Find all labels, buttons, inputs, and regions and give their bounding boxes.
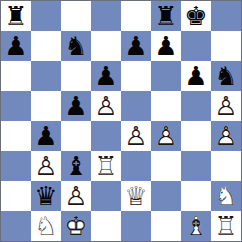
square-c4[interactable] — [61, 121, 91, 151]
square-d6[interactable]: ♟ — [91, 61, 121, 91]
piece-white-pawn: ♟♙ — [151, 121, 181, 151]
square-f5[interactable] — [151, 91, 181, 121]
square-h8[interactable] — [211, 1, 241, 31]
square-h6[interactable]: ♞ — [211, 61, 241, 91]
piece-black-knight: ♞ — [211, 61, 241, 91]
square-c3[interactable]: ♝ — [61, 151, 91, 181]
square-d1[interactable] — [91, 211, 121, 241]
square-d5[interactable]: ♟♙ — [91, 91, 121, 121]
piece-black-rook: ♜ — [151, 1, 181, 31]
piece-white-bishop: ♝♗ — [181, 211, 211, 241]
square-h4[interactable]: ♟♙ — [211, 121, 241, 151]
square-a4[interactable] — [1, 121, 31, 151]
square-c5[interactable]: ♟ — [61, 91, 91, 121]
square-h3[interactable] — [211, 151, 241, 181]
piece-black-pawn: ♟ — [151, 31, 181, 61]
square-f8[interactable]: ♜ — [151, 1, 181, 31]
square-b1[interactable]: ♞♘ — [31, 211, 61, 241]
square-a8[interactable]: ♜ — [1, 1, 31, 31]
square-h1[interactable]: ♜♖ — [211, 211, 241, 241]
square-f4[interactable]: ♟♙ — [151, 121, 181, 151]
square-e8[interactable] — [121, 1, 151, 31]
square-b7[interactable] — [31, 31, 61, 61]
square-f7[interactable]: ♟ — [151, 31, 181, 61]
piece-white-pawn: ♟♙ — [211, 91, 241, 121]
square-g4[interactable] — [181, 121, 211, 151]
square-f1[interactable] — [151, 211, 181, 241]
square-d2[interactable] — [91, 181, 121, 211]
square-c8[interactable] — [61, 1, 91, 31]
piece-black-pawn: ♟ — [1, 31, 31, 61]
square-g2[interactable] — [181, 181, 211, 211]
square-d7[interactable] — [91, 31, 121, 61]
square-e2[interactable]: ♛♕ — [121, 181, 151, 211]
piece-black-queen: ♛ — [31, 181, 61, 211]
square-a1[interactable] — [1, 211, 31, 241]
square-e3[interactable] — [121, 151, 151, 181]
piece-white-rook: ♜♖ — [91, 151, 121, 181]
square-b3[interactable]: ♟♙ — [31, 151, 61, 181]
square-g7[interactable] — [181, 31, 211, 61]
square-c7[interactable]: ♞ — [61, 31, 91, 61]
square-f3[interactable] — [151, 151, 181, 181]
square-b5[interactable] — [31, 91, 61, 121]
piece-white-rook: ♜♖ — [211, 211, 241, 241]
piece-black-pawn: ♟ — [91, 61, 121, 91]
square-g1[interactable]: ♝♗ — [181, 211, 211, 241]
square-a6[interactable] — [1, 61, 31, 91]
piece-white-pawn: ♟♙ — [61, 181, 91, 211]
square-f2[interactable] — [151, 181, 181, 211]
square-a2[interactable] — [1, 181, 31, 211]
piece-black-pawn: ♟ — [121, 31, 151, 61]
square-g5[interactable] — [181, 91, 211, 121]
square-e6[interactable] — [121, 61, 151, 91]
square-e4[interactable]: ♟♙ — [121, 121, 151, 151]
square-g8[interactable]: ♚ — [181, 1, 211, 31]
square-e7[interactable]: ♟ — [121, 31, 151, 61]
square-b4[interactable]: ♟ — [31, 121, 61, 151]
piece-black-pawn: ♟ — [181, 61, 211, 91]
piece-white-knight: ♞♘ — [211, 181, 241, 211]
square-g3[interactable] — [181, 151, 211, 181]
piece-white-pawn: ♟♙ — [31, 151, 61, 181]
square-h2[interactable]: ♞♘ — [211, 181, 241, 211]
piece-black-pawn: ♟ — [31, 121, 61, 151]
piece-white-pawn: ♟♙ — [91, 91, 121, 121]
piece-black-king: ♚ — [181, 1, 211, 31]
piece-white-queen: ♛♕ — [121, 181, 151, 211]
square-h7[interactable] — [211, 31, 241, 61]
square-c1[interactable]: ♚♔ — [61, 211, 91, 241]
square-a7[interactable]: ♟ — [1, 31, 31, 61]
piece-black-knight: ♞ — [61, 31, 91, 61]
piece-black-rook: ♜ — [1, 1, 31, 31]
square-a5[interactable] — [1, 91, 31, 121]
piece-white-pawn: ♟♙ — [121, 121, 151, 151]
square-d4[interactable] — [91, 121, 121, 151]
square-a3[interactable] — [1, 151, 31, 181]
square-c6[interactable] — [61, 61, 91, 91]
square-d8[interactable] — [91, 1, 121, 31]
square-f6[interactable] — [151, 61, 181, 91]
square-g6[interactable]: ♟ — [181, 61, 211, 91]
square-d3[interactable]: ♜♖ — [91, 151, 121, 181]
square-e5[interactable] — [121, 91, 151, 121]
piece-black-pawn: ♟ — [61, 91, 91, 121]
piece-white-king: ♚♔ — [61, 211, 91, 241]
chess-board: ♜♜♚♟♞♟♟♟♟♞♟♟♙♟♙♟♟♙♟♙♟♙♟♙♝♜♖♛♟♙♛♕♞♘♞♘♚♔♝♗… — [0, 0, 242, 242]
square-e1[interactable] — [121, 211, 151, 241]
square-b6[interactable] — [31, 61, 61, 91]
square-b8[interactable] — [31, 1, 61, 31]
piece-black-bishop: ♝ — [61, 151, 91, 181]
square-h5[interactable]: ♟♙ — [211, 91, 241, 121]
piece-white-knight: ♞♘ — [31, 211, 61, 241]
piece-white-pawn: ♟♙ — [211, 121, 241, 151]
square-b2[interactable]: ♛ — [31, 181, 61, 211]
square-c2[interactable]: ♟♙ — [61, 181, 91, 211]
